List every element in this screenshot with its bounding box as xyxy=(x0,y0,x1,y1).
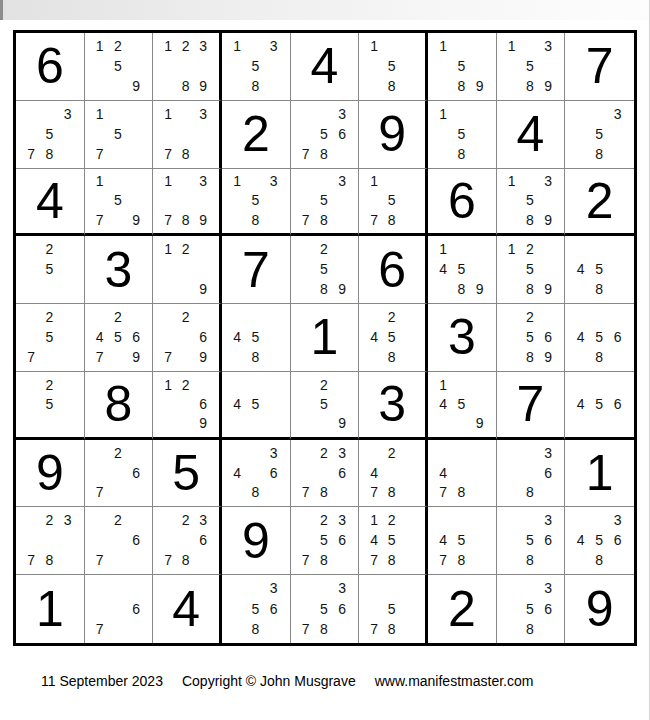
candidate-digit: 3 xyxy=(333,578,351,598)
cell-r5c9[interactable]: 4568 xyxy=(565,304,634,372)
cell-r4c7[interactable]: 14589 xyxy=(428,236,497,304)
candidate-digit: 2 xyxy=(109,510,127,530)
candidate-digit: 7 xyxy=(434,550,452,570)
candidate-digit: 1 xyxy=(503,36,521,56)
cell-r6c2[interactable]: 8 xyxy=(85,372,154,440)
candidate-digit: 2 xyxy=(177,307,195,327)
pencil-marks: 358 xyxy=(565,101,634,168)
pencil-marks: 1269 xyxy=(153,372,219,437)
candidate-digit: 8 xyxy=(521,483,539,503)
candidate-digit: 5 xyxy=(452,56,470,76)
candidate-digit: 3 xyxy=(264,578,282,598)
candidate-digit: 2 xyxy=(383,307,401,327)
pencil-marks: 12589 xyxy=(497,236,565,303)
candidate-digit: 5 xyxy=(315,598,333,618)
cell-r4c5[interactable]: 2589 xyxy=(291,236,360,304)
candidate-digit: 2 xyxy=(177,375,195,394)
candidate-digit: 4 xyxy=(434,259,452,279)
pencil-marks: 1259 xyxy=(85,33,153,100)
candidate-digit: 5 xyxy=(109,56,127,76)
cell-digit: 2 xyxy=(565,169,634,234)
candidate-digit: 1 xyxy=(159,239,177,259)
candidate-digit: 8 xyxy=(452,76,470,96)
candidate-digit: 6 xyxy=(539,327,557,347)
candidate-digit: 7 xyxy=(159,550,177,570)
candidate-digit: 4 xyxy=(434,530,452,550)
pencil-marks: 25 xyxy=(16,236,84,303)
cell-r6c8[interactable]: 7 xyxy=(497,372,566,440)
candidate-digit: 7 xyxy=(297,550,315,570)
cell-digit: 4 xyxy=(291,33,359,100)
candidate-digit: 5 xyxy=(383,327,401,347)
cell-r1c6[interactable]: 158 xyxy=(359,33,428,101)
candidate-digit: 9 xyxy=(194,76,212,96)
cell-r2c7[interactable]: 158 xyxy=(428,101,497,169)
candidate-digit: 8 xyxy=(383,210,401,229)
candidate-digit: 8 xyxy=(521,279,539,299)
cell-r3c6[interactable]: 1578 xyxy=(359,169,428,237)
candidate-digit: 4 xyxy=(91,327,109,347)
candidate-digit: 2 xyxy=(109,443,127,463)
candidate-digit: 1 xyxy=(434,104,452,124)
cell-r8c5[interactable]: 235678 xyxy=(291,507,360,575)
cell-r3c4[interactable]: 1358 xyxy=(222,169,291,237)
cell-r6c4[interactable]: 45 xyxy=(222,372,291,440)
candidate-digit: 9 xyxy=(333,279,351,299)
cell-r4c6[interactable]: 6 xyxy=(359,236,428,304)
cell-r6c9[interactable]: 456 xyxy=(565,372,634,440)
pencil-marks: 4568 xyxy=(565,304,634,371)
pencil-marks: 3568 xyxy=(497,507,565,574)
cell-digit: 1 xyxy=(565,440,634,507)
cell-digit: 9 xyxy=(359,101,425,168)
cell-r2c3[interactable]: 1378 xyxy=(153,101,222,169)
candidate-digit: 6 xyxy=(194,394,212,413)
pencil-marks: 67 xyxy=(85,575,153,643)
cell-r9c5[interactable]: 35678 xyxy=(291,575,360,643)
window-top-band xyxy=(0,0,650,20)
candidate-digit: 9 xyxy=(127,347,145,367)
candidate-digit: 5 xyxy=(521,327,539,347)
cell-r1c5[interactable]: 4 xyxy=(291,33,360,101)
candidate-digit: 2 xyxy=(521,307,539,327)
candidate-digit: 7 xyxy=(297,483,315,503)
pencil-marks: 267 xyxy=(85,440,153,507)
cell-r6c3[interactable]: 1269 xyxy=(153,372,222,440)
candidate-digit: 1 xyxy=(159,104,177,124)
cell-r2c1[interactable]: 3578 xyxy=(16,101,85,169)
cell-r2c4[interactable]: 2 xyxy=(222,101,291,169)
candidate-digit: 8 xyxy=(590,347,609,367)
candidate-digit: 5 xyxy=(315,191,333,210)
cell-r4c3[interactable]: 129 xyxy=(153,236,222,304)
cell-r4c9[interactable]: 458 xyxy=(565,236,634,304)
candidate-digit: 9 xyxy=(539,279,557,299)
cell-r6c1[interactable]: 25 xyxy=(16,372,85,440)
candidate-digit: 8 xyxy=(452,144,470,164)
cell-r6c6[interactable]: 3 xyxy=(359,372,428,440)
candidate-digit: 9 xyxy=(194,347,212,367)
cell-r8c6[interactable]: 124578 xyxy=(359,507,428,575)
candidate-digit: 7 xyxy=(365,550,383,570)
candidate-digit: 8 xyxy=(246,483,264,503)
candidate-digit: 5 xyxy=(590,394,609,413)
candidate-digit: 3 xyxy=(194,510,212,530)
cell-digit: 9 xyxy=(565,575,634,643)
cell-r5c3[interactable]: 2679 xyxy=(153,304,222,372)
candidate-digit: 4 xyxy=(571,259,590,279)
cell-r8c4[interactable]: 9 xyxy=(222,507,291,575)
candidate-digit: 6 xyxy=(194,327,212,347)
candidate-digit: 6 xyxy=(333,598,351,618)
candidate-digit: 7 xyxy=(365,619,383,639)
candidate-digit: 5 xyxy=(452,259,470,279)
pencil-marks: 34568 xyxy=(565,507,634,574)
candidate-digit: 8 xyxy=(521,210,539,229)
candidate-digit: 2 xyxy=(177,36,195,56)
candidate-digit: 3 xyxy=(58,104,76,124)
cell-r9c8[interactable]: 3568 xyxy=(497,575,566,643)
candidate-digit: 6 xyxy=(333,530,351,550)
cell-r1c1[interactable]: 6 xyxy=(16,33,85,101)
candidate-digit: 9 xyxy=(470,279,488,299)
cell-r8c2[interactable]: 267 xyxy=(85,507,154,575)
cell-r6c7[interactable]: 1459 xyxy=(428,372,497,440)
candidate-digit: 5 xyxy=(521,259,539,279)
pencil-marks: 1459 xyxy=(428,372,496,437)
candidate-digit: 4 xyxy=(365,530,383,550)
cell-r2c6[interactable]: 9 xyxy=(359,101,428,169)
candidate-digit: 2 xyxy=(40,510,58,530)
candidate-digit: 3 xyxy=(333,443,351,463)
candidate-digit: 9 xyxy=(194,279,212,299)
pencil-marks: 35678 xyxy=(291,575,359,643)
candidate-digit: 5 xyxy=(246,598,264,618)
candidate-digit: 8 xyxy=(177,210,195,229)
candidate-digit: 8 xyxy=(590,144,609,164)
candidate-digit: 5 xyxy=(521,56,539,76)
candidate-digit: 2 xyxy=(40,307,58,327)
candidate-digit: 2 xyxy=(177,239,195,259)
candidate-digit: 7 xyxy=(297,144,315,164)
footer-date: 11 September 2023 xyxy=(41,673,163,689)
pencil-marks: 2679 xyxy=(153,304,219,371)
candidate-digit: 2 xyxy=(383,443,401,463)
cell-r5c1[interactable]: 257 xyxy=(16,304,85,372)
cell-r9c7[interactable]: 2 xyxy=(428,575,497,643)
candidate-digit: 7 xyxy=(91,210,109,229)
candidate-digit: 2 xyxy=(315,239,333,259)
cell-r8c8[interactable]: 3568 xyxy=(497,507,566,575)
candidate-digit: 8 xyxy=(383,76,401,96)
cell-digit: 1 xyxy=(16,575,84,643)
candidate-digit: 8 xyxy=(315,144,333,164)
candidate-digit: 8 xyxy=(383,483,401,503)
pencil-marks: 1358 xyxy=(222,33,290,100)
pencil-marks: 13589 xyxy=(497,33,565,100)
cell-r4c8[interactable]: 12589 xyxy=(497,236,566,304)
cell-r7c6[interactable]: 2478 xyxy=(359,440,428,508)
candidate-digit: 6 xyxy=(264,598,282,618)
candidate-digit: 3 xyxy=(333,104,351,124)
pencil-marks: 3578 xyxy=(291,169,359,234)
pencil-marks: 25689 xyxy=(497,304,565,371)
candidate-digit: 4 xyxy=(228,463,246,483)
cell-r5c8[interactable]: 25689 xyxy=(497,304,566,372)
pencil-marks: 257 xyxy=(16,304,84,371)
sudoku-board: 6125912389135841581589135897357815713782… xyxy=(13,30,637,646)
candidate-digit: 8 xyxy=(315,483,333,503)
cell-r8c3[interactable]: 23678 xyxy=(153,507,222,575)
cell-r1c3[interactable]: 12389 xyxy=(153,33,222,101)
cell-r2c9[interactable]: 358 xyxy=(565,101,634,169)
candidate-digit: 5 xyxy=(109,191,127,210)
candidate-digit: 5 xyxy=(590,530,609,550)
candidate-digit: 1 xyxy=(91,104,109,124)
cell-r7c2[interactable]: 267 xyxy=(85,440,154,508)
candidate-digit: 5 xyxy=(521,530,539,550)
cell-digit: 2 xyxy=(222,101,290,168)
cell-r3c9[interactable]: 2 xyxy=(565,169,634,237)
pencil-marks: 129 xyxy=(153,236,219,303)
candidate-digit: 9 xyxy=(539,76,557,96)
candidate-digit: 3 xyxy=(194,172,212,191)
candidate-digit: 1 xyxy=(228,172,246,191)
candidate-digit: 2 xyxy=(40,375,58,394)
cell-r5c7[interactable]: 3 xyxy=(428,304,497,372)
candidate-digit: 9 xyxy=(194,210,212,229)
candidate-digit: 3 xyxy=(539,443,557,463)
candidate-digit: 5 xyxy=(315,530,333,550)
pencil-marks: 45 xyxy=(222,372,290,437)
candidate-digit: 5 xyxy=(315,259,333,279)
candidate-digit: 9 xyxy=(333,413,351,432)
candidate-digit: 5 xyxy=(40,394,58,413)
cell-r7c3[interactable]: 5 xyxy=(153,440,222,508)
cell-r3c7[interactable]: 6 xyxy=(428,169,497,237)
candidate-digit: 8 xyxy=(590,279,609,299)
candidate-digit: 3 xyxy=(333,172,351,191)
cell-r7c8[interactable]: 368 xyxy=(497,440,566,508)
pencil-marks: 23678 xyxy=(291,440,359,507)
pencil-marks: 157 xyxy=(85,101,153,168)
cell-r5c5[interactable]: 1 xyxy=(291,304,360,372)
candidate-digit: 5 xyxy=(521,598,539,618)
cell-r3c2[interactable]: 1579 xyxy=(85,169,154,237)
cell-digit: 6 xyxy=(16,33,84,100)
candidate-digit: 3 xyxy=(58,510,76,530)
candidate-digit: 5 xyxy=(383,191,401,210)
candidate-digit: 5 xyxy=(109,124,127,144)
candidate-digit: 8 xyxy=(246,619,264,639)
cell-r8c9[interactable]: 34568 xyxy=(565,507,634,575)
candidate-digit: 9 xyxy=(539,210,557,229)
cell-r9c6[interactable]: 578 xyxy=(359,575,428,643)
candidate-digit: 9 xyxy=(470,76,488,96)
pencil-marks: 259 xyxy=(291,372,359,437)
cell-r7c4[interactable]: 3468 xyxy=(222,440,291,508)
candidate-digit: 8 xyxy=(521,76,539,96)
candidate-digit: 5 xyxy=(246,191,264,210)
cell-r9c4[interactable]: 3568 xyxy=(222,575,291,643)
candidate-digit: 8 xyxy=(177,76,195,96)
cell-r2c5[interactable]: 35678 xyxy=(291,101,360,169)
candidate-digit: 2 xyxy=(521,239,539,259)
cell-r7c7[interactable]: 478 xyxy=(428,440,497,508)
footer: 11 September 2023 Copyright © John Musgr… xyxy=(41,673,641,689)
candidate-digit: 9 xyxy=(470,413,488,432)
candidate-digit: 7 xyxy=(297,210,315,229)
cell-digit: 5 xyxy=(153,440,219,507)
candidate-digit: 6 xyxy=(127,530,145,550)
pencil-marks: 2458 xyxy=(359,304,425,371)
pencil-marks: 458 xyxy=(222,304,290,371)
candidate-digit: 4 xyxy=(434,463,452,483)
cell-digit: 3 xyxy=(359,372,425,437)
pencil-marks: 2378 xyxy=(16,507,84,574)
candidate-digit: 6 xyxy=(539,598,557,618)
candidate-digit: 5 xyxy=(452,530,470,550)
candidate-digit: 1 xyxy=(91,36,109,56)
cell-digit: 7 xyxy=(497,372,565,437)
candidate-digit: 3 xyxy=(264,36,282,56)
candidate-digit: 7 xyxy=(365,483,383,503)
candidate-digit: 6 xyxy=(608,530,627,550)
candidate-digit: 5 xyxy=(383,56,401,76)
candidate-digit: 1 xyxy=(434,239,452,259)
cell-r1c2[interactable]: 1259 xyxy=(85,33,154,101)
candidate-digit: 4 xyxy=(365,327,383,347)
candidate-digit: 7 xyxy=(159,347,177,367)
candidate-digit: 5 xyxy=(246,394,264,413)
pencil-marks: 3468 xyxy=(222,440,290,507)
pencil-marks: 3568 xyxy=(497,575,565,643)
candidate-digit: 5 xyxy=(521,191,539,210)
candidate-digit: 3 xyxy=(539,510,557,530)
candidate-digit: 6 xyxy=(539,530,557,550)
cell-digit: 7 xyxy=(222,236,290,303)
pencil-marks: 245679 xyxy=(85,304,153,371)
candidate-digit: 5 xyxy=(590,259,609,279)
candidate-digit: 7 xyxy=(365,210,383,229)
cell-r5c2[interactable]: 245679 xyxy=(85,304,154,372)
candidate-digit: 8 xyxy=(383,347,401,367)
cell-r1c7[interactable]: 1589 xyxy=(428,33,497,101)
cell-r3c8[interactable]: 13589 xyxy=(497,169,566,237)
cell-r3c1[interactable]: 4 xyxy=(16,169,85,237)
candidate-digit: 8 xyxy=(521,347,539,367)
candidate-digit: 4 xyxy=(571,327,590,347)
candidate-digit: 1 xyxy=(434,375,452,394)
pencil-marks: 158 xyxy=(359,33,425,100)
candidate-digit: 8 xyxy=(521,550,539,570)
candidate-digit: 9 xyxy=(127,76,145,96)
cell-r3c5[interactable]: 3578 xyxy=(291,169,360,237)
cell-digit: 1 xyxy=(291,304,359,371)
pencil-marks: 1578 xyxy=(359,169,425,234)
candidate-digit: 9 xyxy=(539,347,557,367)
candidate-digit: 8 xyxy=(315,210,333,229)
cell-r4c2[interactable]: 3 xyxy=(85,236,154,304)
candidate-digit: 5 xyxy=(246,327,264,347)
candidate-digit: 8 xyxy=(177,144,195,164)
cell-r4c4[interactable]: 7 xyxy=(222,236,291,304)
candidate-digit: 2 xyxy=(109,36,127,56)
candidate-digit: 5 xyxy=(590,124,609,144)
footer-copyright: Copyright © John Musgrave xyxy=(182,673,356,689)
cell-r9c2[interactable]: 67 xyxy=(85,575,154,643)
cell-r5c4[interactable]: 458 xyxy=(222,304,291,372)
candidate-digit: 5 xyxy=(452,394,470,413)
cell-r1c4[interactable]: 1358 xyxy=(222,33,291,101)
candidate-digit: 1 xyxy=(365,510,383,530)
cell-digit: 8 xyxy=(85,372,153,437)
candidate-digit: 1 xyxy=(434,36,452,56)
cell-r3c3[interactable]: 13789 xyxy=(153,169,222,237)
candidate-digit: 7 xyxy=(22,144,40,164)
candidate-digit: 6 xyxy=(127,463,145,483)
candidate-digit: 6 xyxy=(127,327,145,347)
candidate-digit: 4 xyxy=(571,394,590,413)
candidate-digit: 4 xyxy=(228,394,246,413)
candidate-digit: 2 xyxy=(315,375,333,394)
pencil-marks: 35678 xyxy=(291,101,359,168)
cell-r4c1[interactable]: 25 xyxy=(16,236,85,304)
cell-r2c2[interactable]: 157 xyxy=(85,101,154,169)
candidate-digit: 6 xyxy=(127,598,145,618)
pencil-marks: 13589 xyxy=(497,169,565,234)
candidate-digit: 8 xyxy=(40,550,58,570)
cell-r7c9[interactable]: 1 xyxy=(565,440,634,508)
candidate-digit: 3 xyxy=(539,172,557,191)
candidate-digit: 6 xyxy=(608,327,627,347)
cell-r1c9[interactable]: 7 xyxy=(565,33,634,101)
cell-r6c5[interactable]: 259 xyxy=(291,372,360,440)
pencil-marks: 235678 xyxy=(291,507,359,574)
pencil-marks: 368 xyxy=(497,440,565,507)
cell-r5c6[interactable]: 2458 xyxy=(359,304,428,372)
cell-digit: 3 xyxy=(85,236,153,303)
candidate-digit: 3 xyxy=(539,36,557,56)
cell-r7c5[interactable]: 23678 xyxy=(291,440,360,508)
pencil-marks: 2478 xyxy=(359,440,425,507)
candidate-digit: 2 xyxy=(40,239,58,259)
cell-r7c1[interactable]: 9 xyxy=(16,440,85,508)
pencil-marks: 1579 xyxy=(85,169,153,234)
cell-r1c8[interactable]: 13589 xyxy=(497,33,566,101)
cell-digit: 9 xyxy=(16,440,84,507)
cell-r2c8[interactable]: 4 xyxy=(497,101,566,169)
candidate-digit: 5 xyxy=(40,124,58,144)
candidate-digit: 3 xyxy=(264,443,282,463)
cell-digit: 7 xyxy=(565,33,634,100)
candidate-digit: 3 xyxy=(608,510,627,530)
candidate-digit: 1 xyxy=(159,375,177,394)
cell-r9c1[interactable]: 1 xyxy=(16,575,85,643)
cell-r9c9[interactable]: 9 xyxy=(565,575,634,643)
candidate-digit: 7 xyxy=(22,550,40,570)
candidate-digit: 5 xyxy=(40,259,58,279)
pencil-marks: 3578 xyxy=(16,101,84,168)
cell-r9c3[interactable]: 4 xyxy=(153,575,222,643)
candidate-digit: 7 xyxy=(91,144,109,164)
cell-r8c7[interactable]: 4578 xyxy=(428,507,497,575)
candidate-digit: 1 xyxy=(159,36,177,56)
candidate-digit: 8 xyxy=(177,550,195,570)
pencil-marks: 1589 xyxy=(428,33,496,100)
candidate-digit: 4 xyxy=(365,463,383,483)
cell-r8c1[interactable]: 2378 xyxy=(16,507,85,575)
